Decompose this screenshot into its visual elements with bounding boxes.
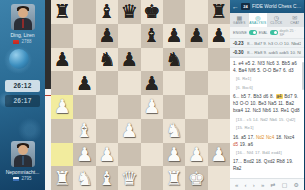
black-pawn-piece: ♟ (188, 26, 205, 45)
square-b2-P[interactable]: ♟ (73, 143, 95, 167)
tab-games[interactable]: ▦GAMES (230, 13, 249, 27)
white-rook-piece: ♜ (166, 169, 183, 188)
white-queen-piece: ♛ (121, 169, 138, 188)
top-player-avatar (11, 4, 35, 30)
square-a3[interactable] (51, 119, 73, 143)
square-b7[interactable] (73, 24, 95, 48)
square-c4[interactable] (96, 95, 118, 119)
fide-flag-icon (13, 177, 19, 181)
variation-line[interactable]: [6. Bxc6] (233, 85, 301, 92)
square-h2-P[interactable]: ♟ (208, 143, 230, 167)
square-d7[interactable] (118, 24, 140, 48)
evaluation-bar-midline (45, 95, 51, 96)
white-pawn-piece: ♟ (121, 121, 138, 140)
square-b1-N[interactable]: ♞ (73, 166, 95, 190)
variation-line[interactable]: [6. Re1] (233, 76, 301, 83)
tab-analysis[interactable]: ◎ANALYSIS (249, 13, 268, 27)
black-rook-piece: ♜ (54, 2, 71, 21)
top-player-card[interactable]: Ding, Liren 2788 (0, 4, 45, 44)
black-rook-piece: ♜ (210, 2, 227, 21)
square-b3-B[interactable]: ♝ (73, 119, 95, 143)
mainline-moves[interactable]: 1. e4 e5 2. Nf3 Nc6 3. Bb5 a6 4. Ba4 Nf6… (233, 60, 301, 74)
engine-toggle-row: ENGINE EVAL depth 25 · SF (230, 27, 304, 39)
square-a5[interactable] (51, 71, 73, 95)
settings-button[interactable]: ⚙ (294, 182, 299, 188)
black-pawn-piece: ♟ (121, 50, 138, 69)
square-d5[interactable] (118, 71, 140, 95)
square-f6-n[interactable]: ♞ (163, 48, 185, 72)
top-player-rating: 2788 (21, 39, 31, 44)
square-h5[interactable] (208, 71, 230, 95)
square-e7-b[interactable]: ♝ (141, 24, 163, 48)
square-e3[interactable] (141, 119, 163, 143)
skip-to-start-button[interactable]: « (235, 182, 238, 188)
square-b6[interactable] (73, 48, 95, 72)
square-a2[interactable] (51, 143, 73, 167)
bottom-player-clock: 26:17 (5, 95, 40, 107)
variation-line[interactable]: [13... c5 14. Nd2 Nb6 15. Qd2] (233, 117, 301, 124)
square-d1-Q[interactable]: ♛ (118, 166, 140, 190)
games-icon: ▦ (236, 15, 242, 21)
step-back-button[interactable]: ‹ (245, 182, 247, 188)
square-c6-n[interactable]: ♞ (96, 48, 118, 72)
square-c5[interactable] (96, 71, 118, 95)
bottom-player-card[interactable]: Nepomniacht... 2795 (0, 141, 45, 181)
square-a7[interactable] (51, 24, 73, 48)
black-queen-piece: ♛ (121, 2, 138, 21)
square-h3[interactable] (208, 119, 230, 143)
square-f5[interactable] (163, 71, 185, 95)
eval-toggle-label: EVAL (259, 31, 268, 35)
engine-line-2-moves: 8... Rb8 9. axb5 axb5 10. Nbd2 Na5 11. c… (247, 50, 301, 55)
square-g6[interactable] (185, 48, 207, 72)
china-flag-icon (13, 40, 19, 44)
square-f7-p[interactable]: ♟ (163, 24, 185, 48)
eval-toggle[interactable] (270, 30, 278, 35)
white-rook-piece: ♜ (54, 169, 71, 188)
square-a1-R[interactable]: ♜ (51, 166, 73, 190)
square-d3-P[interactable]: ♟ (118, 119, 140, 143)
engine-line-2[interactable]: -0.30 8... Rb8 9. axb5 axb5 10. Nbd2 Na5… (230, 48, 304, 57)
clock-icon: ◷ (274, 15, 279, 21)
square-b5-p[interactable]: ♟ (73, 71, 95, 95)
square-e5-p[interactable]: ♟ (141, 71, 163, 95)
square-f1-R[interactable]: ♜ (163, 166, 185, 190)
black-pawn-piece: ♟ (166, 26, 183, 45)
white-pawn-piece: ♟ (54, 97, 71, 116)
square-c2-P[interactable]: ♟ (96, 143, 118, 167)
engine-line-1[interactable]: -0.23 8... Bd7 9. h3 O-O 10. Nbd2 (230, 39, 304, 48)
white-knight-piece: ♞ (76, 169, 93, 188)
white-pawn-piece: ♟ (166, 145, 183, 164)
square-g4[interactable] (185, 95, 207, 119)
black-knight-piece: ♞ (98, 50, 115, 69)
tab-chat[interactable]: ✉CHAT (286, 13, 305, 27)
black-king-piece: ♚ (143, 2, 160, 21)
square-g8[interactable] (185, 0, 207, 24)
square-g5[interactable] (185, 71, 207, 95)
black-knight-piece: ♞ (166, 50, 183, 69)
engine-lines: -0.23 8... Bd7 9. h3 O-O 10. Nbd2 -0.30 … (230, 39, 304, 58)
flip-board-button[interactable]: ⇄ (270, 182, 275, 188)
evaluation-bar-black-portion (45, 0, 51, 89)
white-bishop-piece: ♝ (98, 169, 115, 188)
playback-toolbar: «‹›»⇄▢⚙ (230, 178, 304, 190)
white-pawn-piece: ♟ (188, 145, 205, 164)
square-a4-P[interactable]: ♟ (51, 95, 73, 119)
mainline-moves[interactable]: 16. a5 17. Nd2 Nc4 18. Nxc4 d5 19. a6 (233, 134, 301, 148)
player-sidebar: Ding, Liren 2788 26:12 26:17 Nepomniacht… (0, 0, 45, 190)
white-pawn-piece: ♟ (143, 97, 160, 116)
square-h8-r[interactable]: ♜ (208, 0, 230, 24)
current-move[interactable]: a4 (276, 94, 283, 99)
square-e2[interactable] (141, 143, 163, 167)
back-arrow-icon[interactable]: ← (232, 3, 239, 10)
tab-clock[interactable]: ◷CLOCK (267, 13, 286, 27)
square-e4-P[interactable]: ♟ (141, 95, 163, 119)
square-d4[interactable] (118, 95, 140, 119)
bottom-player-name: Nepomniacht... (0, 169, 45, 175)
panel-tabs: ▦GAMES◎ANALYSIS◷CLOCK✉CHAT (230, 13, 304, 27)
mainline-moves[interactable]: 17... Bxd2 18. Qxd2 Rb8 19. Ra2 (233, 158, 301, 172)
bottom-player-avatar (11, 141, 35, 167)
engine-toggle-label: ENGINE (233, 31, 247, 35)
square-e6[interactable] (141, 48, 163, 72)
white-pawn-piece: ♟ (98, 145, 115, 164)
variation-line[interactable]: [16... Nf4 17. Bd4 exd4] (233, 150, 301, 157)
white-pawn-piece: ♟ (76, 145, 93, 164)
square-c8-b[interactable]: ♝ (96, 0, 118, 24)
top-player-name: Ding, Liren (0, 32, 45, 38)
broadcast-orb-icon (9, 49, 29, 69)
move-list[interactable]: 1. e4 e5 2. Nf3 Nc6 3. Bb5 a6 4. Ba4 Nf6… (230, 58, 304, 178)
square-c7-p[interactable]: ♟ (96, 24, 118, 48)
black-pawn-piece: ♟ (143, 74, 160, 93)
square-e8-k[interactable]: ♚ (141, 0, 163, 24)
evaluation-bar (45, 0, 51, 190)
square-c3[interactable] (96, 119, 118, 143)
engine-depth-note: depth 25 · SF (280, 29, 302, 37)
square-h7-p[interactable]: ♟ (208, 24, 230, 48)
square-e1[interactable] (141, 166, 163, 190)
black-bishop-piece: ♝ (98, 2, 115, 21)
step-forward-button[interactable]: › (253, 182, 255, 188)
black-pawn-piece: ♟ (98, 26, 115, 45)
square-f3-N[interactable]: ♞ (163, 119, 185, 143)
broadcast-logo: 24 (241, 3, 250, 10)
square-h6[interactable] (208, 48, 230, 72)
square-d6-p[interactable]: ♟ (118, 48, 140, 72)
analysis-panel: ← 24 FIDE World Chess Championship ▦GAME… (230, 0, 304, 190)
mainline-moves[interactable]: 6... b5 7. Bb3 d6 8. a4 Bd7 9. h3 O-O 10… (233, 93, 301, 114)
chess-board[interactable]: ♜♝♛♚♜♟♝♟♟♟♟♞♟♞♟♟♟♟♝♟♞♟♟♟♟♟♜♞♝♛♜♚ (51, 0, 230, 190)
square-f4[interactable] (163, 95, 185, 119)
square-f8[interactable] (163, 0, 185, 24)
engine-toggle[interactable] (249, 30, 257, 35)
white-king-piece: ♚ (188, 169, 205, 188)
top-player-clock: 26:12 (5, 80, 40, 92)
square-h1[interactable] (208, 166, 230, 190)
square-g3[interactable] (185, 119, 207, 143)
square-h4[interactable] (208, 95, 230, 119)
event-title: FIDE World Chess Championship (252, 4, 302, 9)
engine-line-2-eval: -0.30 (233, 50, 245, 55)
chat-icon: ✉ (292, 15, 297, 21)
engine-line-1-moves: 8... Bd7 9. h3 O-O 10. Nbd2 (247, 41, 301, 46)
square-g7-p[interactable]: ♟ (185, 24, 207, 48)
black-bishop-piece: ♝ (143, 26, 160, 45)
black-pawn-piece: ♟ (76, 74, 93, 93)
black-pawn-piece: ♟ (210, 26, 227, 45)
white-pawn-piece: ♟ (210, 145, 227, 164)
square-a6-p[interactable]: ♟ (51, 48, 73, 72)
square-g2-P[interactable]: ♟ (185, 143, 207, 167)
square-f2-P[interactable]: ♟ (163, 143, 185, 167)
skip-to-end-button[interactable]: » (261, 182, 264, 188)
bottom-player-rating: 2795 (21, 176, 31, 181)
white-knight-piece: ♞ (166, 121, 183, 140)
square-g1-K[interactable]: ♚ (185, 166, 207, 190)
engine-line-1-eval: -0.23 (233, 41, 245, 46)
white-bishop-piece: ♝ (76, 121, 93, 140)
black-pawn-piece: ♟ (54, 50, 71, 69)
square-a8-r[interactable]: ♜ (51, 0, 73, 24)
board-view-button[interactable]: ▢ (282, 182, 288, 188)
square-b4[interactable] (73, 95, 95, 119)
square-b8[interactable] (73, 0, 95, 24)
analysis-icon: ◎ (255, 15, 260, 21)
square-d2[interactable] (118, 143, 140, 167)
square-c1-B[interactable]: ♝ (96, 166, 118, 190)
square-d8-q[interactable]: ♛ (118, 0, 140, 24)
panel-header: ← 24 FIDE World Chess Championship (230, 0, 304, 13)
variation-line[interactable]: [15. Re1] (233, 125, 301, 132)
move-list-scrollbar[interactable] (302, 62, 304, 90)
